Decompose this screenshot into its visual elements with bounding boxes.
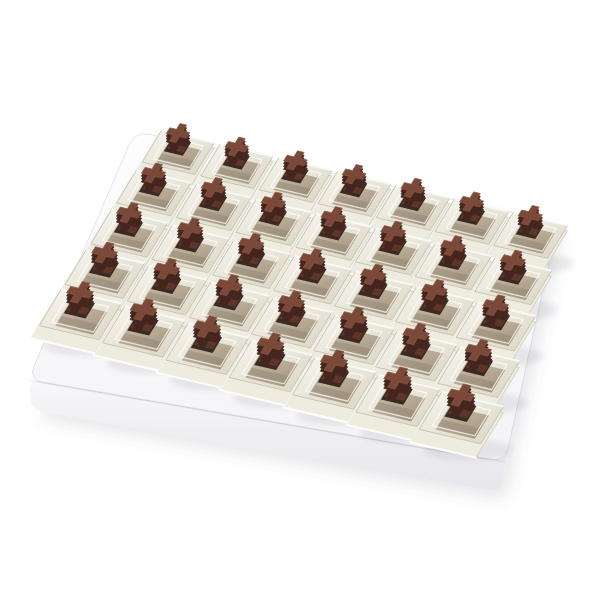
product-photo xyxy=(0,0,612,612)
scene-canvas xyxy=(0,0,612,612)
